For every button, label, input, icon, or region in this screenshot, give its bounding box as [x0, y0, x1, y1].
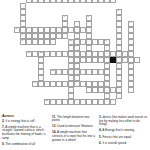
clue-4-down: 4. A Energy that is moving [99, 129, 148, 133]
cell-number: 12 [39, 52, 42, 55]
clue-3-down: 3. device that makes work easier or fun … [99, 116, 148, 127]
clue-text: A simple machine that is a straight, sla… [2, 125, 45, 140]
cell-number: 13 [51, 70, 54, 73]
cell-number: 9 [21, 40, 22, 43]
clue-2-across: 2. It is energy that is still [2, 120, 48, 124]
clue-text: The length between two points [52, 115, 89, 123]
down-clues-column: 3. device that makes work easier or fun … [99, 116, 148, 148]
across-clues-column-2: 11. The length between two points 13. Us… [52, 116, 98, 145]
grid-cell[interactable] [50, 39, 56, 45]
clue-5-down: 5. Forces that are equal [99, 136, 148, 140]
cell-number: 8 [105, 40, 106, 43]
grid-cell[interactable] [116, 93, 122, 99]
clue-text: Used to measure Newtons [57, 124, 93, 128]
clue-text: A Energy that is moving [102, 128, 134, 132]
crossword-worksheet: 134562791081112131415 Across 2. It is en… [0, 0, 150, 150]
clue-7-across: 7. A simple machine that is a straight, … [2, 126, 48, 140]
clue-number: 13. [52, 124, 56, 128]
crossword-grid: 134562791081112131415 [14, 0, 140, 105]
clue-text: Forces that are equal [102, 135, 131, 139]
clue-text: A simple machine that consists of a rope… [52, 130, 95, 141]
cell-number: 7 [21, 34, 22, 37]
clue-14-across: 14. A simple machine that consists of a … [52, 131, 98, 142]
clue-text: It is energy that is still [5, 119, 34, 123]
cell-number: 14 [33, 82, 36, 85]
across-clues-column: Across 2. It is energy that is still 7. … [2, 114, 48, 149]
clue-text: The combination of all [5, 142, 35, 146]
clue-6-down: 6. It is overall speed [99, 142, 148, 146]
clue-text: device that makes work easier or fun by … [99, 115, 147, 126]
clue-9-across: 9. The combination of all [2, 143, 48, 147]
clue-11-across: 11. The length between two points [52, 116, 98, 123]
across-header: Across [2, 114, 48, 118]
clue-13-across: 13. Used to measure Newtons [52, 125, 98, 129]
cell-number: 4 [63, 16, 64, 19]
grid-cell[interactable] [134, 57, 140, 63]
cell-number: 15 [45, 100, 48, 103]
grid-cell[interactable] [110, 99, 116, 105]
cell-number: 3 [117, 10, 118, 13]
clue-text: It is overall speed [102, 141, 126, 145]
cell-number: 6 [129, 22, 130, 25]
grid-cell[interactable] [110, 0, 116, 3]
grid-cell[interactable] [128, 87, 134, 93]
cell-number: 2 [15, 28, 16, 31]
cell-number: 10 [69, 40, 72, 43]
cell-number: 5 [87, 16, 88, 19]
cell-number: 11 [27, 52, 29, 55]
